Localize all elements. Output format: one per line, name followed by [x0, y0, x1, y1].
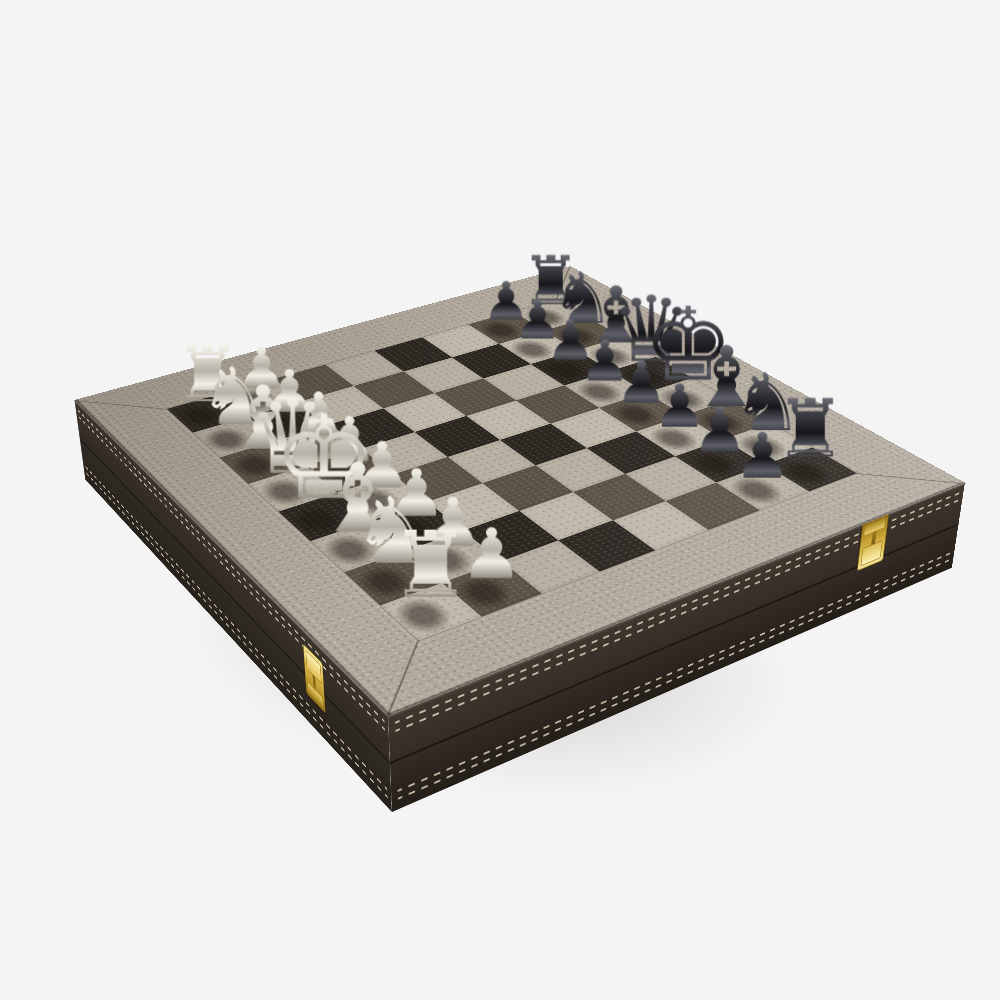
scene: ♜♞♝♛♚♝♞♜♟♟♟♟♟♟♟♟♟♟♟♟♟♟♟♟♜♞♝♛♚♝♞♜ — [0, 0, 1000, 1000]
pawn-glyph: ♟ — [699, 424, 825, 487]
border-mitre-seam — [855, 473, 961, 484]
rook-glyph: ♜ — [360, 519, 502, 611]
square-f5[interactable] — [536, 448, 626, 492]
square-h5[interactable] — [613, 501, 708, 550]
square-g5[interactable] — [573, 474, 665, 520]
piece-white-rook-h1[interactable]: ♜ — [360, 519, 502, 611]
square-h6[interactable] — [666, 483, 760, 530]
piece-black-pawn-h7[interactable]: ♟ — [699, 424, 825, 487]
square-h4[interactable] — [558, 520, 655, 571]
board-plane: ♜♞♝♛♚♝♞♜♟♟♟♟♟♟♟♟♟♟♟♟♟♟♟♟♜♞♝♛♚♝♞♜ — [75, 267, 965, 717]
